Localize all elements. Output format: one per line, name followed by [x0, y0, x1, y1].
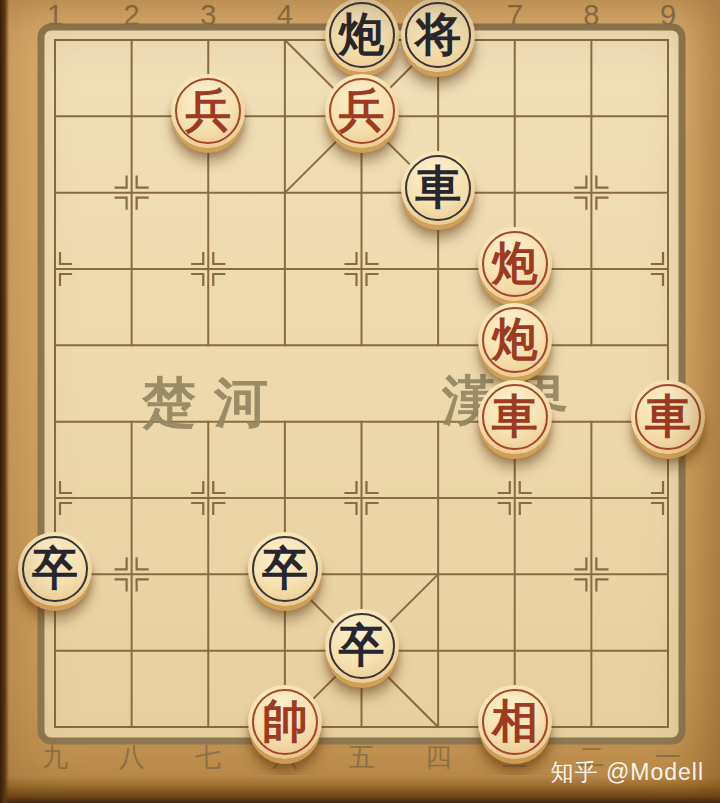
file-label-bottom-6: 四 — [425, 743, 451, 771]
red-cannon[interactable]: 炮 — [478, 303, 552, 377]
black-soldier-glyph: 卒 — [339, 622, 385, 668]
file-label-top-9: 9 — [660, 0, 676, 30]
file-label-bottom-1: 九 — [42, 743, 68, 771]
red-elephant-glyph: 相 — [492, 698, 538, 744]
file-label-top-2: 2 — [124, 0, 140, 30]
file-label-top-8: 8 — [583, 0, 599, 30]
black-chariot[interactable]: 車 — [401, 151, 475, 225]
file-label-top-7: 7 — [507, 0, 523, 30]
black-chariot-glyph: 車 — [415, 164, 461, 210]
black-general-glyph: 将 — [415, 11, 461, 57]
red-soldier[interactable]: 兵 — [325, 74, 399, 148]
red-cannon-glyph: 炮 — [492, 316, 538, 362]
red-chariot[interactable]: 車 — [631, 380, 705, 454]
black-cannon-glyph: 炮 — [339, 11, 385, 57]
file-label-top-4: 4 — [277, 0, 293, 30]
river-label-chu-he: 楚河 — [142, 374, 286, 430]
xiangqi-game-screen: 123456789 九八七六五四三二一 楚河 漢界 炮将兵兵車炮炮車車卒卒卒帥相… — [0, 0, 720, 803]
black-cannon[interactable]: 炮 — [325, 0, 399, 72]
file-label-top-3: 3 — [200, 0, 216, 30]
red-general[interactable]: 帥 — [248, 685, 322, 759]
red-cannon[interactable]: 炮 — [478, 227, 552, 301]
red-general-glyph: 帥 — [262, 698, 308, 744]
red-cannon-glyph: 炮 — [492, 240, 538, 286]
red-elephant[interactable]: 相 — [478, 685, 552, 759]
file-label-bottom-3: 七 — [195, 743, 221, 771]
black-soldier-glyph: 卒 — [32, 545, 78, 591]
black-general[interactable]: 将 — [401, 0, 475, 72]
black-soldier[interactable]: 卒 — [18, 532, 92, 606]
black-soldier-glyph: 卒 — [262, 545, 308, 591]
red-chariot-glyph: 車 — [645, 393, 691, 439]
red-chariot-glyph: 車 — [492, 393, 538, 439]
red-soldier-glyph: 兵 — [339, 87, 385, 133]
board-left-edge-shadow — [0, 0, 9, 803]
black-soldier[interactable]: 卒 — [325, 609, 399, 683]
file-label-top-1: 1 — [47, 0, 63, 30]
watermark: 知乎 @Modell — [551, 757, 705, 788]
file-label-bottom-2: 八 — [119, 743, 145, 771]
red-chariot[interactable]: 車 — [478, 380, 552, 454]
black-soldier[interactable]: 卒 — [248, 532, 322, 606]
file-label-bottom-5: 五 — [349, 743, 375, 771]
red-soldier-glyph: 兵 — [185, 87, 231, 133]
